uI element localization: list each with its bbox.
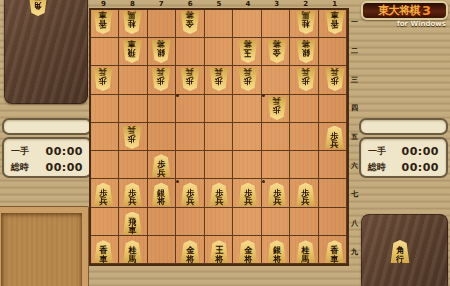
gote-total-time: 00:00 <box>45 161 83 174</box>
sente-name-bar <box>359 118 448 135</box>
hoshi-dot <box>176 180 179 183</box>
file-label: 8 <box>118 0 147 8</box>
gote-clock-panel: 一手 00:00 総時 00:00 <box>2 137 92 178</box>
gote-total-time-label: 総時 <box>11 161 29 174</box>
file-label: 2 <box>291 0 320 8</box>
file-label: 1 <box>320 0 349 8</box>
rank-label: 七 <box>350 180 359 209</box>
board-cell[interactable] <box>205 151 233 179</box>
board-cell[interactable] <box>91 123 119 151</box>
board-cell[interactable] <box>290 151 318 179</box>
board-cell[interactable] <box>319 179 347 207</box>
piece-kanji: 兵 <box>244 197 252 206</box>
board-cell[interactable] <box>319 95 347 123</box>
board-cell[interactable] <box>290 123 318 151</box>
sente-clock-panel: 一手 00:00 総時 00:00 <box>359 137 448 178</box>
piece-kanji: 桂 <box>302 19 310 28</box>
board-cell[interactable] <box>91 95 119 123</box>
piece-kanji: 兵 <box>273 197 281 206</box>
gote-name-bar <box>2 118 92 135</box>
piece-kanji: 馬 <box>128 11 136 20</box>
piece-kanji: 車 <box>331 255 339 264</box>
piece-kanji: 兵 <box>215 68 223 77</box>
file-label: 9 <box>89 0 118 8</box>
rank-label: 一 <box>350 8 359 37</box>
rank-label: 八 <box>350 209 359 238</box>
board-cell[interactable] <box>262 66 290 94</box>
piece-kanji: 歩 <box>157 77 165 86</box>
board-cell[interactable] <box>233 10 261 38</box>
board-cell[interactable] <box>262 151 290 179</box>
piece-kanji: 行 <box>34 0 42 2</box>
rank-label: 六 <box>350 151 359 180</box>
piece-kanji: 香 <box>331 19 339 28</box>
file-label: 7 <box>147 0 176 8</box>
piece-kanji: 兵 <box>331 140 339 149</box>
board-cell[interactable] <box>205 95 233 123</box>
board-cell[interactable] <box>91 208 119 236</box>
board-cell[interactable] <box>205 123 233 151</box>
board-cell[interactable] <box>262 123 290 151</box>
rank-label: 九 <box>350 237 359 266</box>
piece-box <box>0 206 89 286</box>
board-cell[interactable] <box>176 123 204 151</box>
piece-kanji: 兵 <box>186 68 194 77</box>
piece-kanji: 歩 <box>99 77 107 86</box>
app-logo: 東大将棋 3 <box>361 1 448 20</box>
board-cell[interactable] <box>233 151 261 179</box>
logo-version: 3 <box>422 3 431 18</box>
board-cell[interactable] <box>319 151 347 179</box>
piece-kanji: 歩 <box>273 105 281 114</box>
board-cell[interactable] <box>176 95 204 123</box>
piece-kanji: 行 <box>396 255 404 264</box>
piece-kanji: 兵 <box>128 197 136 206</box>
piece-kanji: 兵 <box>302 68 310 77</box>
board-cell[interactable] <box>262 10 290 38</box>
piece-kanji: 将 <box>244 255 252 264</box>
piece-kanji: 将 <box>244 40 252 49</box>
rank-labels: 一二三四五六七八九 <box>350 8 359 266</box>
rank-label: 二 <box>350 37 359 66</box>
board-cell[interactable] <box>319 208 347 236</box>
board-cell[interactable] <box>290 208 318 236</box>
piece-kanji: 将 <box>186 11 194 20</box>
piece-kanji: 車 <box>128 40 136 49</box>
sente-move-time-label: 一手 <box>368 145 386 158</box>
piece-kanji: 将 <box>157 197 165 206</box>
piece-kanji: 馬 <box>302 11 310 20</box>
board-cell[interactable] <box>91 38 119 66</box>
piece-kanji: 兵 <box>215 197 223 206</box>
sente-komadai[interactable]: 角行 <box>361 214 448 286</box>
piece-kanji: 兵 <box>157 68 165 77</box>
piece-kanji: 将 <box>215 255 223 264</box>
piece-box-interior <box>1 213 82 286</box>
board-cell[interactable] <box>262 208 290 236</box>
file-label: 3 <box>262 0 291 8</box>
piece-kanji: 将 <box>273 40 281 49</box>
board-cell[interactable] <box>205 38 233 66</box>
board-cell[interactable] <box>91 151 119 179</box>
rank-label: 三 <box>350 65 359 94</box>
logo-title: 東大将棋 <box>378 3 420 18</box>
board-cell[interactable] <box>176 151 204 179</box>
piece-kanji: 馬 <box>128 255 136 264</box>
gote-move-time-label: 一手 <box>11 145 29 158</box>
piece-kanji: 香 <box>99 19 107 28</box>
board-cell[interactable] <box>119 151 147 179</box>
file-label: 4 <box>233 0 262 8</box>
sente-total-time-label: 総時 <box>368 161 386 174</box>
board-cell[interactable] <box>148 236 176 264</box>
shogi-board[interactable]: 香車桂馬金将桂馬香車飛車銀将玉将金将銀将歩兵歩兵歩兵歩兵歩兵歩兵歩兵歩兵歩兵歩兵… <box>89 8 349 266</box>
piece-kanji: 歩 <box>331 77 339 86</box>
board-cell[interactable] <box>205 10 233 38</box>
piece-kanji: 将 <box>302 40 310 49</box>
piece-kanji: 兵 <box>99 68 107 77</box>
piece-kanji: 歩 <box>302 77 310 86</box>
piece-kanji: 車 <box>128 226 136 235</box>
board-cell[interactable] <box>148 95 176 123</box>
sente-total-time: 00:00 <box>401 161 439 174</box>
board-cell[interactable] <box>148 10 176 38</box>
board-cell[interactable] <box>176 38 204 66</box>
shogi-piece-sente[interactable]: 角行 <box>390 240 410 263</box>
piece-kanji: 桂 <box>128 19 136 28</box>
piece-kanji: 将 <box>273 255 281 264</box>
board-cell[interactable] <box>319 38 347 66</box>
board-cell[interactable] <box>290 95 318 123</box>
shogi-piece-gote[interactable]: 角行 <box>28 0 48 16</box>
board-cell[interactable] <box>148 208 176 236</box>
board-cell[interactable] <box>148 123 176 151</box>
board-cell[interactable] <box>119 66 147 94</box>
piece-kanji: 兵 <box>128 126 136 135</box>
board-cell[interactable] <box>233 208 261 236</box>
piece-kanji: 兵 <box>244 68 252 77</box>
board-cell[interactable] <box>233 95 261 123</box>
rank-label: 五 <box>350 123 359 152</box>
piece-kanji: 馬 <box>302 255 310 264</box>
piece-kanji: 将 <box>157 40 165 49</box>
piece-kanji: 車 <box>99 11 107 20</box>
file-labels: 987654321 <box>89 0 349 8</box>
piece-kanji: 車 <box>99 255 107 264</box>
piece-kanji: 歩 <box>186 77 194 86</box>
board-cell[interactable] <box>176 208 204 236</box>
gote-move-time: 00:00 <box>45 145 83 158</box>
file-label: 6 <box>176 0 205 8</box>
board-cell[interactable] <box>233 123 261 151</box>
piece-kanji: 車 <box>331 11 339 20</box>
piece-kanji: 兵 <box>273 97 281 106</box>
piece-kanji: 兵 <box>331 68 339 77</box>
piece-kanji: 金 <box>186 19 194 28</box>
piece-kanji: 兵 <box>302 197 310 206</box>
piece-kanji: 歩 <box>215 77 223 86</box>
hoshi-dot <box>176 94 179 97</box>
board-cell[interactable] <box>205 208 233 236</box>
piece-kanji: 兵 <box>157 169 165 178</box>
piece-kanji: 兵 <box>99 197 107 206</box>
gote-komadai[interactable]: 角行 <box>4 0 88 104</box>
logo-subtitle: for Windows <box>361 20 446 28</box>
rank-label: 四 <box>350 94 359 123</box>
sente-move-time: 00:00 <box>401 145 439 158</box>
piece-kanji: 角 <box>34 2 42 11</box>
piece-kanji: 歩 <box>244 77 252 86</box>
board-cell[interactable] <box>119 95 147 123</box>
piece-kanji: 兵 <box>186 197 194 206</box>
piece-kanji: 将 <box>186 255 194 264</box>
file-label: 5 <box>205 0 234 8</box>
